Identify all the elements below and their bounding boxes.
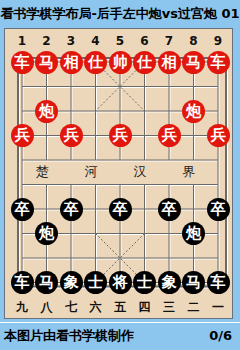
file-label: 7 (157, 33, 182, 49)
screenshot-root: { "title": "看书学棋学布局-后手左中炮vs过宫炮 01", "gam… (0, 0, 240, 350)
file-label: 八 (34, 299, 59, 315)
piece-red-仕: 仕 (84, 51, 107, 74)
piece-black-马: 马 (182, 271, 205, 294)
move-counter: 0/6 (209, 326, 232, 346)
piece-red-车: 车 (207, 51, 230, 74)
piece-black-卒: 卒 (158, 198, 181, 221)
piece-black-车: 车 (11, 271, 34, 294)
piece-black-车: 车 (207, 271, 230, 294)
piece-red-兵: 兵 (158, 124, 181, 147)
xiangqi-board: 1 2 3 4 5 6 7 8 9 楚 河 汉 界 九 八 七 六 五 四 三 … (4, 28, 233, 319)
piece-red-仕: 仕 (133, 51, 156, 74)
piece-red-兵: 兵 (207, 124, 230, 147)
file-label: 二 (181, 299, 206, 315)
file-label: 三 (157, 299, 182, 315)
piece-black-马: 马 (35, 271, 58, 294)
piece-black-卒: 卒 (109, 198, 132, 221)
piece-layer: 车马相仕帅仕相马车炮炮兵兵兵兵兵卒卒卒卒卒炮炮车马象士将士象马车 (10, 50, 231, 295)
piece-black-炮: 炮 (182, 222, 205, 245)
file-label: 2 (34, 33, 59, 49)
file-label: 3 (59, 33, 84, 49)
file-label: 六 (83, 299, 108, 315)
piece-red-兵: 兵 (11, 124, 34, 147)
piece-black-卒: 卒 (60, 198, 83, 221)
piece-red-炮: 炮 (35, 100, 58, 123)
file-label: 九 (10, 299, 35, 315)
piece-red-兵: 兵 (109, 124, 132, 147)
footer-credit: 本图片由看书学棋制作 (4, 326, 134, 346)
piece-red-车: 车 (11, 51, 34, 74)
piece-red-相: 相 (158, 51, 181, 74)
file-label: 四 (132, 299, 157, 315)
footer-separator (0, 322, 240, 323)
piece-red-马: 马 (182, 51, 205, 74)
piece-red-兵: 兵 (60, 124, 83, 147)
file-label: 9 (206, 33, 231, 49)
footer-bar: 本图片由看书学棋制作 0/6 (0, 326, 240, 350)
piece-red-炮: 炮 (182, 100, 205, 123)
piece-black-象: 象 (60, 271, 83, 294)
piece-black-炮: 炮 (35, 222, 58, 245)
file-label: 1 (10, 33, 35, 49)
piece-red-马: 马 (35, 51, 58, 74)
file-labels-top: 1 2 3 4 5 6 7 8 9 (10, 33, 231, 49)
file-label: 5 (108, 33, 133, 49)
piece-black-士: 士 (84, 271, 107, 294)
file-label: 8 (181, 33, 206, 49)
piece-red-相: 相 (60, 51, 83, 74)
piece-black-将: 将 (109, 271, 132, 294)
file-labels-bottom: 九 八 七 六 五 四 三 二 一 (10, 299, 231, 315)
piece-black-卒: 卒 (11, 198, 34, 221)
file-label: 6 (132, 33, 157, 49)
piece-black-卒: 卒 (207, 198, 230, 221)
piece-red-帅: 帅 (109, 51, 132, 74)
piece-black-士: 士 (133, 271, 156, 294)
file-label: 一 (206, 299, 231, 315)
file-label: 4 (83, 33, 108, 49)
piece-black-象: 象 (158, 271, 181, 294)
file-label: 七 (59, 299, 84, 315)
page-title: 看书学棋学布局-后手左中炮vs过宫炮 01 (0, 0, 240, 27)
file-label: 五 (108, 299, 133, 315)
